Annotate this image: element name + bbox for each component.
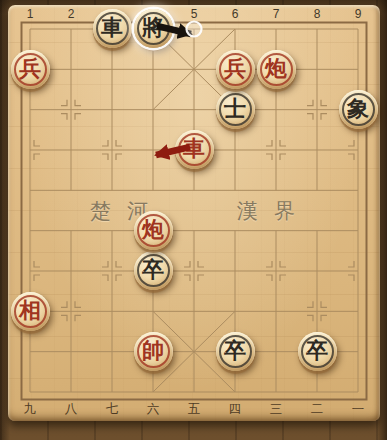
piece-black-車[interactable]: 車 [93, 9, 132, 48]
piece-glyph: 卒 [142, 259, 164, 281]
piece-red-兵[interactable]: 兵 [216, 50, 255, 89]
piece-red-帥[interactable]: 帥 [134, 332, 173, 371]
piece-glyph: 炮 [142, 219, 164, 241]
piece-glyph: 炮 [265, 58, 287, 80]
piece-glyph: 相 [19, 300, 41, 322]
piece-glyph: 車 [101, 17, 123, 39]
piece-red-相[interactable]: 相 [11, 292, 50, 331]
piece-black-象[interactable]: 象 [339, 90, 378, 129]
piece-black-卒[interactable]: 卒 [134, 251, 173, 290]
piece-red-兵[interactable]: 兵 [11, 50, 50, 89]
piece-red-炮[interactable]: 炮 [257, 50, 296, 89]
xiangqi-app: 123456789 九八七六五四三二一 楚河 漢界 車將士象卒卒卒兵兵炮車炮相帥 [0, 0, 387, 440]
piece-glyph: 卒 [306, 340, 328, 362]
piece-glyph: 卒 [224, 340, 246, 362]
piece-glyph: 象 [347, 98, 369, 120]
piece-glyph: 士 [224, 98, 246, 120]
piece-red-車[interactable]: 車 [175, 130, 214, 169]
piece-glyph: 兵 [224, 58, 246, 80]
piece-glyph: 兵 [19, 58, 41, 80]
piece-red-炮[interactable]: 炮 [134, 211, 173, 250]
piece-black-卒[interactable]: 卒 [216, 332, 255, 371]
piece-glyph: 帥 [142, 340, 164, 362]
piece-black-卒[interactable]: 卒 [298, 332, 337, 371]
piece-glyph: 將 [142, 17, 164, 39]
piece-black-士[interactable]: 士 [216, 90, 255, 129]
piece-black-將[interactable]: 將 [134, 9, 173, 48]
board-intersection-grid[interactable]: 車將士象卒卒卒兵兵炮車炮相帥 [10, 9, 379, 412]
piece-glyph: 車 [183, 138, 205, 160]
